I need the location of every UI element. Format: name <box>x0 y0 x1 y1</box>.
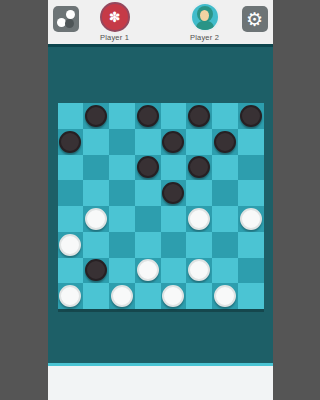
board-square[interactable] <box>109 232 135 258</box>
app-screen: ✽ Player 1 Player 2 ⚙ <box>48 0 273 400</box>
player1-name: Player 1 <box>85 33 145 42</box>
board-square[interactable] <box>186 103 212 129</box>
black-piece[interactable] <box>188 156 210 178</box>
player2-panel[interactable]: Player 2 <box>175 2 235 42</box>
board-square[interactable] <box>238 258 264 284</box>
white-piece[interactable] <box>85 208 107 230</box>
white-piece[interactable] <box>214 285 236 307</box>
board-square <box>135 232 161 258</box>
board-square[interactable] <box>186 206 212 232</box>
board-square <box>212 258 238 284</box>
board-square[interactable] <box>238 155 264 181</box>
white-piece[interactable] <box>188 259 210 281</box>
game-pieces-icon <box>53 6 79 32</box>
board-square[interactable] <box>58 232 84 258</box>
black-piece[interactable] <box>162 182 184 204</box>
bottom-banner-area <box>48 366 273 400</box>
white-piece[interactable] <box>162 285 184 307</box>
board-square[interactable] <box>186 155 212 181</box>
board-square[interactable] <box>135 206 161 232</box>
board-square <box>161 206 187 232</box>
board-square <box>109 155 135 181</box>
board-square[interactable] <box>186 258 212 284</box>
white-piece[interactable] <box>59 285 81 307</box>
board-square <box>238 283 264 309</box>
player1-avatar: ✽ <box>100 2 130 32</box>
board-square[interactable] <box>135 103 161 129</box>
board-square[interactable] <box>58 129 84 155</box>
black-piece[interactable] <box>162 131 184 153</box>
board-square <box>83 283 109 309</box>
settings-button[interactable]: ⚙ <box>242 6 268 32</box>
board-square <box>186 129 212 155</box>
black-piece[interactable] <box>85 259 107 281</box>
board-square <box>83 180 109 206</box>
board-square[interactable] <box>83 103 109 129</box>
board-square[interactable] <box>212 180 238 206</box>
top-bar: ✽ Player 1 Player 2 ⚙ <box>48 0 273 44</box>
jester-avatar-icon: ✽ <box>102 4 128 30</box>
board-square <box>58 258 84 284</box>
board-square[interactable] <box>161 232 187 258</box>
board-square <box>109 258 135 284</box>
board-square <box>186 180 212 206</box>
player2-avatar <box>190 2 220 32</box>
gear-icon: ⚙ <box>242 6 268 32</box>
board-square <box>161 258 187 284</box>
board-square[interactable] <box>161 129 187 155</box>
board-square[interactable] <box>135 258 161 284</box>
board-square <box>58 155 84 181</box>
black-piece[interactable] <box>137 105 159 127</box>
board-square <box>212 155 238 181</box>
board-square[interactable] <box>83 258 109 284</box>
board-square <box>83 232 109 258</box>
board-square[interactable] <box>212 232 238 258</box>
white-piece[interactable] <box>137 259 159 281</box>
piece-dot <box>65 19 74 28</box>
black-piece[interactable] <box>59 131 81 153</box>
board-square[interactable] <box>109 129 135 155</box>
avatar-body <box>196 21 214 32</box>
board-square <box>109 103 135 129</box>
checkers-board <box>58 103 264 309</box>
white-piece[interactable] <box>111 285 133 307</box>
white-piece[interactable] <box>59 234 81 256</box>
board-square <box>212 206 238 232</box>
board-square[interactable] <box>161 283 187 309</box>
board-square <box>135 129 161 155</box>
black-piece[interactable] <box>214 131 236 153</box>
avatar-face <box>200 10 209 21</box>
board-square[interactable] <box>58 283 84 309</box>
board-square <box>161 155 187 181</box>
board-square <box>58 206 84 232</box>
player1-panel[interactable]: ✽ Player 1 <box>85 2 145 42</box>
board-square[interactable] <box>238 103 264 129</box>
black-piece[interactable] <box>188 105 210 127</box>
board-square[interactable] <box>212 283 238 309</box>
board-square[interactable] <box>83 206 109 232</box>
game-area <box>48 47 273 363</box>
board-square[interactable] <box>212 129 238 155</box>
piece-dot <box>66 10 75 19</box>
board-square[interactable] <box>135 155 161 181</box>
black-piece[interactable] <box>85 105 107 127</box>
black-piece[interactable] <box>137 156 159 178</box>
board-square <box>238 180 264 206</box>
board-square <box>135 283 161 309</box>
board-square[interactable] <box>109 283 135 309</box>
board-square <box>186 283 212 309</box>
board-square <box>186 232 212 258</box>
board-square <box>109 206 135 232</box>
board-square[interactable] <box>83 155 109 181</box>
board-square <box>135 180 161 206</box>
white-piece[interactable] <box>188 208 210 230</box>
board-square[interactable] <box>58 180 84 206</box>
board-square[interactable] <box>161 180 187 206</box>
board-square <box>238 232 264 258</box>
board-square <box>58 103 84 129</box>
board-square <box>161 103 187 129</box>
board-square <box>83 129 109 155</box>
white-piece[interactable] <box>240 208 262 230</box>
games-menu-button[interactable] <box>53 6 79 32</box>
board-square[interactable] <box>238 206 264 232</box>
board-square[interactable] <box>109 180 135 206</box>
board-square <box>212 103 238 129</box>
board-square <box>238 129 264 155</box>
black-piece[interactable] <box>240 105 262 127</box>
player2-name: Player 2 <box>175 33 235 42</box>
